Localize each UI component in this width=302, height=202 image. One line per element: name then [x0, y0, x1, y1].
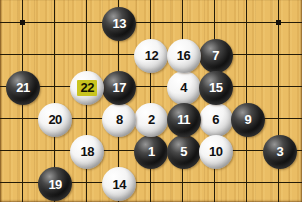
stone-white-8: 8: [102, 103, 136, 137]
move-number-highlighted: 22: [77, 80, 96, 96]
move-number: 21: [16, 81, 29, 94]
move-number: 18: [80, 145, 93, 158]
stone-white-14: 14: [102, 167, 136, 201]
go-board: 12345678910111213141516171819202122: [0, 0, 302, 202]
move-number: 6: [212, 113, 219, 126]
move-number: 2: [148, 113, 155, 126]
grid-line-vertical: [278, 0, 279, 202]
move-number: 3: [277, 145, 284, 158]
stone-black-1: 1: [134, 135, 168, 169]
move-number: 13: [113, 17, 126, 30]
move-number: 10: [209, 145, 222, 158]
grid-line-horizontal: [0, 22, 302, 23]
stone-black-3: 3: [263, 135, 297, 169]
stone-white-10: 10: [199, 135, 233, 169]
move-number: 8: [116, 113, 123, 126]
stone-white-12: 12: [134, 39, 168, 73]
grid-line-vertical: [150, 0, 151, 202]
star-point: [20, 20, 25, 25]
stone-white-22: 22: [70, 71, 104, 105]
stone-white-16: 16: [167, 39, 201, 73]
star-point: [276, 20, 281, 25]
move-number: 5: [180, 145, 187, 158]
stone-black-7: 7: [199, 39, 233, 73]
stone-black-15: 15: [199, 71, 233, 105]
grid-line-vertical: [246, 0, 247, 202]
move-number: 4: [180, 81, 187, 94]
stone-black-17: 17: [102, 71, 136, 105]
move-number: 1: [148, 145, 155, 158]
stone-black-21: 21: [6, 71, 40, 105]
move-number: 14: [113, 178, 126, 191]
move-number: 15: [209, 81, 222, 94]
stone-black-11: 11: [167, 103, 201, 137]
stone-white-2: 2: [134, 103, 168, 137]
stone-black-19: 19: [38, 167, 72, 201]
move-number: 9: [244, 113, 251, 126]
go-diagram: 12345678910111213141516171819202122: [0, 0, 302, 202]
stone-white-4: 4: [167, 71, 201, 105]
move-number: 17: [113, 81, 126, 94]
stone-white-20: 20: [38, 103, 72, 137]
stone-black-13: 13: [102, 7, 136, 41]
stone-black-5: 5: [167, 135, 201, 169]
move-number: 11: [177, 113, 190, 126]
move-number: 12: [145, 49, 158, 62]
move-number: 16: [177, 49, 190, 62]
stone-white-18: 18: [70, 135, 104, 169]
grid-line-horizontal: [0, 86, 302, 87]
stone-black-9: 9: [231, 103, 265, 137]
move-number: 20: [48, 113, 61, 126]
stone-white-6: 6: [199, 103, 233, 137]
move-number: 7: [212, 49, 219, 62]
move-number: 19: [48, 178, 61, 191]
